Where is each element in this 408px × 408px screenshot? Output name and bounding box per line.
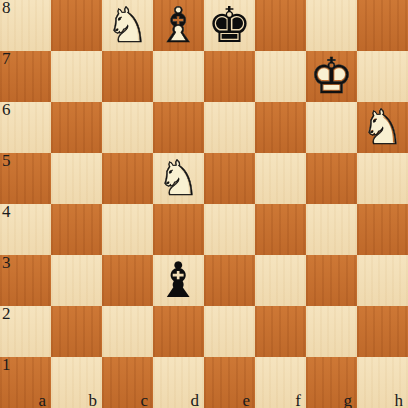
black-king-icon: ♚ [204,0,255,51]
rank-label-8: 8 [2,0,11,18]
square-h1[interactable]: h [357,357,408,408]
square-a2[interactable]: 2 [0,306,51,357]
file-label-d: d [191,392,200,408]
square-d5[interactable]: ♞♘ [153,153,204,204]
square-g6[interactable] [306,102,357,153]
square-f1[interactable]: f [255,357,306,408]
square-e8[interactable]: ♚ [204,0,255,51]
square-a4[interactable]: 4 [0,204,51,255]
square-a7[interactable]: 7 [0,51,51,102]
file-label-f: f [295,392,301,408]
square-f3[interactable] [255,255,306,306]
square-b6[interactable] [51,102,102,153]
square-b8[interactable] [51,0,102,51]
file-label-a: a [38,392,46,408]
rank-label-2: 2 [2,304,11,324]
square-h4[interactable] [357,204,408,255]
white-king-piece[interactable]: ♚♔ [306,51,357,102]
square-e7[interactable] [204,51,255,102]
square-a8[interactable]: 8 [0,0,51,51]
rank-label-4: 4 [2,202,11,222]
square-h8[interactable] [357,0,408,51]
square-f8[interactable] [255,0,306,51]
white-knight-icon: ♘ [153,153,204,204]
square-c8[interactable]: ♞♘ [102,0,153,51]
square-f7[interactable] [255,51,306,102]
rank-label-6: 6 [2,100,11,120]
square-a3[interactable]: 3 [0,255,51,306]
square-g2[interactable] [306,306,357,357]
square-h7[interactable] [357,51,408,102]
white-knight-icon: ♘ [357,102,408,153]
square-d4[interactable] [153,204,204,255]
square-d6[interactable] [153,102,204,153]
square-c4[interactable] [102,204,153,255]
square-c5[interactable] [102,153,153,204]
square-a5[interactable]: 5 [0,153,51,204]
square-e6[interactable] [204,102,255,153]
square-g7[interactable]: ♚♔ [306,51,357,102]
file-label-b: b [89,392,98,408]
white-knight-piece[interactable]: ♞♘ [102,0,153,51]
square-b2[interactable] [51,306,102,357]
white-knight-piece[interactable]: ♞♘ [153,153,204,204]
square-h5[interactable] [357,153,408,204]
black-bishop-icon: ♝ [153,255,204,306]
square-b3[interactable] [51,255,102,306]
square-g5[interactable] [306,153,357,204]
square-d8[interactable]: ♝♗ [153,0,204,51]
square-d1[interactable]: d [153,357,204,408]
square-c1[interactable]: c [102,357,153,408]
square-h3[interactable] [357,255,408,306]
white-knight-piece[interactable]: ♞♘ [357,102,408,153]
square-g3[interactable] [306,255,357,306]
black-bishop-piece[interactable]: ♝ [153,255,204,306]
white-bishop-icon: ♗ [153,0,204,51]
square-e5[interactable] [204,153,255,204]
square-d3[interactable]: ♝ [153,255,204,306]
square-f4[interactable] [255,204,306,255]
chess-board: 8♞♘♝♗♚7♚♔6♞♘5♞♘43♝21abcdefgh [0,0,408,408]
white-king-icon: ♔ [306,51,357,102]
file-label-h: h [395,392,404,408]
square-c3[interactable] [102,255,153,306]
square-a1[interactable]: 1a [0,357,51,408]
square-b1[interactable]: b [51,357,102,408]
file-label-c: c [140,392,148,408]
black-king-piece[interactable]: ♚ [204,0,255,51]
square-f2[interactable] [255,306,306,357]
square-b5[interactable] [51,153,102,204]
square-c2[interactable] [102,306,153,357]
file-label-e: e [242,392,250,408]
square-c6[interactable] [102,102,153,153]
square-e1[interactable]: e [204,357,255,408]
square-b7[interactable] [51,51,102,102]
square-g4[interactable] [306,204,357,255]
square-e2[interactable] [204,306,255,357]
square-f5[interactable] [255,153,306,204]
square-c7[interactable] [102,51,153,102]
square-b4[interactable] [51,204,102,255]
white-bishop-piece[interactable]: ♝♗ [153,0,204,51]
square-h2[interactable] [357,306,408,357]
square-d2[interactable] [153,306,204,357]
square-e3[interactable] [204,255,255,306]
square-a6[interactable]: 6 [0,102,51,153]
square-e4[interactable] [204,204,255,255]
rank-label-1: 1 [2,355,11,375]
square-g1[interactable]: g [306,357,357,408]
rank-label-3: 3 [2,253,11,273]
square-h6[interactable]: ♞♘ [357,102,408,153]
rank-label-7: 7 [2,49,11,69]
square-f6[interactable] [255,102,306,153]
square-d7[interactable] [153,51,204,102]
file-label-g: g [344,392,353,408]
white-knight-icon: ♘ [102,0,153,51]
square-g8[interactable] [306,0,357,51]
rank-label-5: 5 [2,151,11,171]
